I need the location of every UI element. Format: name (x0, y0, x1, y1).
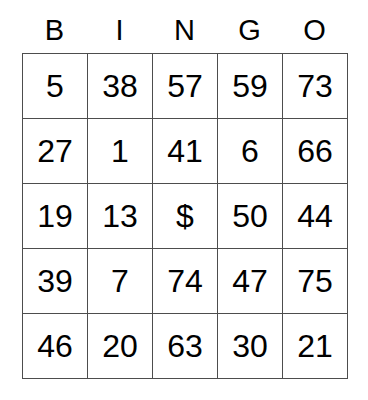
bingo-cell[interactable]: 63 (153, 314, 218, 379)
bingo-card: B I N G O 5 38 57 59 73 27 1 41 6 66 19 … (0, 0, 368, 400)
bingo-cell[interactable]: 19 (23, 184, 88, 249)
bingo-cell[interactable]: 13 (88, 184, 153, 249)
bingo-cell[interactable]: 39 (23, 249, 88, 314)
bingo-cell[interactable]: 74 (153, 249, 218, 314)
header-letter-o: O (282, 8, 347, 53)
bingo-cell[interactable]: 38 (88, 54, 153, 119)
header-letter-i: I (87, 8, 152, 53)
bingo-cell[interactable]: 6 (218, 119, 283, 184)
bingo-cell[interactable]: 20 (88, 314, 153, 379)
bingo-cell[interactable]: 44 (283, 184, 348, 249)
bingo-cell[interactable]: 27 (23, 119, 88, 184)
header-letter-n: N (152, 8, 217, 53)
bingo-cell[interactable]: 75 (283, 249, 348, 314)
bingo-cell[interactable]: 47 (218, 249, 283, 314)
bingo-cell[interactable]: 5 (23, 54, 88, 119)
bingo-header: B I N G O (22, 8, 348, 53)
bingo-cell[interactable]: 59 (218, 54, 283, 119)
bingo-cell[interactable]: 41 (153, 119, 218, 184)
bingo-cell[interactable]: 57 (153, 54, 218, 119)
bingo-free-space-cell[interactable]: $ (153, 184, 218, 249)
bingo-cell[interactable]: 46 (23, 314, 88, 379)
bingo-cell[interactable]: 50 (218, 184, 283, 249)
bingo-grid: 5 38 57 59 73 27 1 41 6 66 19 13 $ 50 44… (22, 53, 348, 379)
bingo-cell[interactable]: 73 (283, 54, 348, 119)
bingo-cell[interactable]: 21 (283, 314, 348, 379)
bingo-cell[interactable]: 66 (283, 119, 348, 184)
header-letter-b: B (22, 8, 87, 53)
header-letter-g: G (217, 8, 282, 53)
bingo-cell[interactable]: 30 (218, 314, 283, 379)
bingo-cell[interactable]: 7 (88, 249, 153, 314)
bingo-cell[interactable]: 1 (88, 119, 153, 184)
